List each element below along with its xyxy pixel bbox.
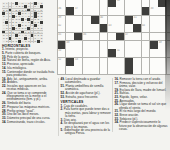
puzzle-cell[interactable] <box>108 33 116 41</box>
black-cell <box>91 16 99 24</box>
verticales-clue-list: 1. Caja de caudales.2. Pala fuerte que p… <box>61 105 112 136</box>
puzzle-cell[interactable] <box>74 49 82 57</box>
verticales-clue-list-cont: 16. Remover la tierra con el arado.17. F… <box>115 78 169 131</box>
puzzle-cell[interactable] <box>108 41 116 49</box>
puzzle-cell[interactable] <box>74 0 82 7</box>
puzzle-cell[interactable]: 51 <box>116 49 124 57</box>
black-cell <box>108 49 116 57</box>
puzzle-cell[interactable] <box>91 66 99 74</box>
puzzle-cell[interactable] <box>83 66 91 74</box>
puzzle-cell[interactable] <box>142 58 150 66</box>
clues-column-left: HORIZONTALES 1. Intento, proyecto.5. Par… <box>2 44 55 124</box>
puzzle-cell[interactable] <box>150 0 158 7</box>
puzzle-cell[interactable] <box>142 49 150 57</box>
puzzle-cell[interactable]: 40 <box>100 16 108 24</box>
puzzle-cell[interactable] <box>66 0 74 7</box>
puzzle-cell[interactable]: 44 <box>142 24 150 32</box>
puzzle-cell[interactable] <box>116 66 124 74</box>
puzzle-cell[interactable] <box>91 49 99 57</box>
black-cell <box>66 7 74 15</box>
puzzle-grid-clip: 35363738394041424344454647484950515253 <box>57 0 170 75</box>
clue: 2. Pala fuerte que puede tener dos o más… <box>61 108 112 118</box>
horizontales-clue-list: 1. Intento, proyecto.5. Parte cubierta d… <box>2 48 55 123</box>
puzzle-cell[interactable] <box>91 0 99 7</box>
puzzle-cell[interactable]: 52 <box>58 58 66 66</box>
black-cell <box>150 41 158 49</box>
black-cell <box>66 58 74 66</box>
clue: 34. Demostrando, trazo círculos. <box>2 121 55 124</box>
puzzle-cell[interactable] <box>133 66 141 74</box>
puzzle-cell[interactable] <box>142 41 150 49</box>
puzzle-cell[interactable]: 45 <box>58 33 66 41</box>
puzzle-cell[interactable] <box>116 41 124 49</box>
puzzle-cell[interactable]: 39 <box>58 16 66 24</box>
puzzle-cell[interactable] <box>133 41 141 49</box>
puzzle-cell[interactable]: 46 <box>83 33 91 41</box>
puzzle-cell[interactable]: 36 <box>58 7 66 15</box>
puzzle-cell[interactable] <box>83 7 91 15</box>
puzzle-cell[interactable] <box>100 33 108 41</box>
puzzle-cell[interactable] <box>91 58 99 66</box>
black-cell <box>133 24 141 32</box>
puzzle-cell[interactable] <box>100 66 108 74</box>
puzzle-cell[interactable] <box>83 41 91 49</box>
puzzle-cell[interactable] <box>100 7 108 15</box>
puzzle-cell[interactable] <box>100 0 108 7</box>
black-cell <box>142 7 150 15</box>
solution-grid: PLANAMAGOASRAMAJESLANAESIBEROASIRTESOORA… <box>2 2 43 43</box>
puzzle-cell[interactable] <box>91 24 99 32</box>
puzzle-cell[interactable] <box>91 33 99 41</box>
black-cell <box>108 0 116 7</box>
puzzle-cell[interactable] <box>66 16 74 24</box>
black-cell <box>125 66 133 74</box>
puzzle-cell[interactable] <box>58 66 66 74</box>
puzzle-cell[interactable] <box>100 41 108 49</box>
clue: 53. Extraño, poco frecuente. <box>61 96 112 99</box>
puzzle-cell[interactable]: 41 <box>133 16 141 24</box>
puzzle-cell[interactable]: 35 <box>116 0 124 7</box>
puzzle-cell[interactable] <box>83 49 91 57</box>
puzzle-cell[interactable]: 48 <box>66 41 74 49</box>
puzzle-cell[interactable] <box>100 49 108 57</box>
clue: 5. Gobernador de una provincia de la ant… <box>61 129 112 136</box>
puzzle-cell[interactable] <box>83 24 91 32</box>
puzzle-cell[interactable] <box>74 24 82 32</box>
puzzle-cell[interactable]: 50 <box>58 49 66 57</box>
puzzle-cell[interactable] <box>83 16 91 24</box>
puzzle-cell[interactable] <box>150 66 158 74</box>
puzzle-cell[interactable] <box>58 0 66 7</box>
puzzle-cell[interactable] <box>125 0 133 7</box>
black-cell <box>58 41 66 49</box>
black-cell <box>100 24 108 32</box>
puzzle-cell[interactable] <box>125 7 133 15</box>
puzzle-cell[interactable] <box>108 16 116 24</box>
puzzle-cell[interactable] <box>150 58 158 66</box>
puzzle-cell[interactable] <box>125 24 133 32</box>
solution-cell: S <box>40 40 43 43</box>
puzzle-cell[interactable] <box>142 0 150 7</box>
clue: 34. Predecir supersticiosamente lo futur… <box>115 121 169 131</box>
puzzle-cell[interactable] <box>116 58 124 66</box>
puzzle-grid[interactable]: 35363738394041424344454647484950515253 <box>57 0 170 75</box>
puzzle-cell[interactable]: 53 <box>74 58 82 66</box>
puzzle-cell[interactable] <box>74 16 82 24</box>
clues-column-right: 16. Remover la tierra con el arado.17. F… <box>112 78 169 132</box>
puzzle-cell[interactable] <box>83 0 91 7</box>
puzzle-cell[interactable] <box>142 16 150 24</box>
puzzle-cell[interactable] <box>91 41 99 49</box>
black-cell <box>116 33 124 41</box>
puzzle-cell[interactable] <box>74 41 82 49</box>
puzzle-cell[interactable] <box>150 49 158 57</box>
puzzle-cell[interactable] <box>116 7 124 15</box>
puzzle-cell[interactable] <box>116 24 124 32</box>
puzzle-cell[interactable] <box>125 49 133 57</box>
puzzle-cell[interactable]: 38 <box>150 7 158 15</box>
puzzle-cell[interactable] <box>142 33 150 41</box>
puzzle-cell[interactable] <box>133 7 141 15</box>
puzzle-cell[interactable] <box>116 16 124 24</box>
puzzle-cell[interactable] <box>66 66 74 74</box>
puzzle-cell[interactable] <box>91 7 99 15</box>
puzzle-cell[interactable]: 37 <box>74 7 82 15</box>
puzzle-cell[interactable] <box>100 58 108 66</box>
clues-column-middle: 49. Local destinado a guardar automóvile… <box>58 78 112 136</box>
puzzle-cell[interactable] <box>66 49 74 57</box>
puzzle-cell[interactable] <box>133 0 141 7</box>
puzzle-cell[interactable] <box>150 24 158 32</box>
puzzle-cell[interactable] <box>150 16 158 24</box>
puzzle-cell[interactable]: 42 <box>58 24 66 32</box>
puzzle-cell[interactable] <box>66 33 74 41</box>
puzzle-cell[interactable] <box>66 24 74 32</box>
puzzle-cell[interactable] <box>125 41 133 49</box>
puzzle-cell[interactable]: 43 <box>108 24 116 32</box>
puzzle-cell[interactable] <box>142 66 150 74</box>
puzzle-cell[interactable] <box>108 66 116 74</box>
puzzle-cell[interactable] <box>133 33 141 41</box>
puzzle-cell[interactable] <box>108 7 116 15</box>
puzzle-cell[interactable]: 47 <box>125 33 133 41</box>
puzzle-cell[interactable] <box>108 58 116 66</box>
puzzle-cell[interactable] <box>133 58 141 66</box>
puzzle-cell[interactable] <box>150 33 158 41</box>
black-cell <box>125 58 133 66</box>
puzzle-cell[interactable] <box>133 49 141 57</box>
black-cell <box>125 16 133 24</box>
horizontales-clue-list-cont: 49. Local destinado a guardar automóvile… <box>61 78 112 99</box>
puzzle-cell[interactable] <box>83 58 91 66</box>
puzzle-cell[interactable] <box>74 66 82 74</box>
black-cell <box>74 33 82 41</box>
